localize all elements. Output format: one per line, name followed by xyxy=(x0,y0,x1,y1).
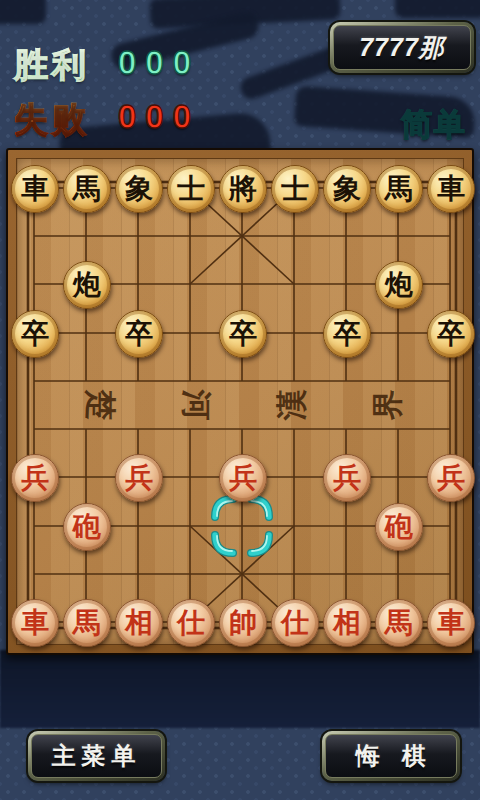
player-name-label: 7777那 xyxy=(359,31,445,64)
background-silhouette-band xyxy=(0,650,480,728)
player-name-button-face: 7777那 xyxy=(333,25,471,70)
piece-red-elephant[interactable]: 相 xyxy=(115,599,163,647)
piece-red-chariot[interactable]: 車 xyxy=(427,599,475,647)
river-char: 界 xyxy=(371,388,405,422)
piece-red-horse[interactable]: 馬 xyxy=(375,599,423,647)
piece-black-soldier[interactable]: 卒 xyxy=(427,310,475,358)
river-char: 漢 xyxy=(275,388,309,422)
background-silhouette xyxy=(395,0,480,18)
piece-red-chariot[interactable]: 車 xyxy=(11,599,59,647)
piece-red-soldier[interactable]: 兵 xyxy=(11,454,59,502)
selection-marker xyxy=(209,493,275,559)
piece-red-soldier[interactable]: 兵 xyxy=(115,454,163,502)
wins-count: 000 xyxy=(118,44,200,82)
piece-black-advisor[interactable]: 士 xyxy=(167,165,215,213)
river-char: 楚 xyxy=(83,388,117,422)
piece-black-advisor[interactable]: 士 xyxy=(271,165,319,213)
xiangqi-board[interactable]: 楚 河 漢 界 車馬象士將士象馬車炮炮卒卒卒卒卒兵 xyxy=(6,148,474,655)
piece-red-cannon[interactable]: 砲 xyxy=(63,503,111,551)
undo-move-label: 悔棋 xyxy=(334,740,448,772)
piece-black-elephant[interactable]: 象 xyxy=(323,165,371,213)
piece-black-elephant[interactable]: 象 xyxy=(115,165,163,213)
background-silhouette xyxy=(0,0,46,24)
main-menu-button-face: 主菜单 xyxy=(31,734,162,778)
piece-black-soldier[interactable]: 卒 xyxy=(323,310,371,358)
piece-black-soldier[interactable]: 卒 xyxy=(115,310,163,358)
piece-red-advisor[interactable]: 仕 xyxy=(167,599,215,647)
piece-red-cannon[interactable]: 砲 xyxy=(375,503,423,551)
piece-red-elephant[interactable]: 相 xyxy=(323,599,371,647)
board-grid xyxy=(8,150,476,657)
piece-red-general[interactable]: 帥 xyxy=(219,599,267,647)
game-screen: { "game": "xiangqi", "position": "rnbaka… xyxy=(0,0,480,800)
selection-marker-brackets xyxy=(209,493,275,559)
piece-red-soldier[interactable]: 兵 xyxy=(219,454,267,502)
piece-black-chariot[interactable]: 車 xyxy=(427,165,475,213)
piece-black-general[interactable]: 將 xyxy=(219,165,267,213)
piece-black-soldier[interactable]: 卒 xyxy=(11,310,59,358)
losses-label: 失败 xyxy=(14,97,90,143)
piece-black-chariot[interactable]: 車 xyxy=(11,165,59,213)
piece-red-advisor[interactable]: 仕 xyxy=(271,599,319,647)
main-menu-button[interactable]: 主菜单 xyxy=(28,731,165,781)
piece-red-soldier[interactable]: 兵 xyxy=(323,454,371,502)
wins-label: 胜利 xyxy=(14,43,90,89)
player-name-button[interactable]: 7777那 xyxy=(330,22,474,73)
main-menu-label: 主菜单 xyxy=(52,740,142,772)
piece-black-horse[interactable]: 馬 xyxy=(375,165,423,213)
river-char: 河 xyxy=(179,388,213,422)
difficulty-badge: 简单 xyxy=(401,104,467,146)
losses-count: 000 xyxy=(118,98,200,136)
piece-red-soldier[interactable]: 兵 xyxy=(427,454,475,502)
piece-red-horse[interactable]: 馬 xyxy=(63,599,111,647)
piece-black-horse[interactable]: 馬 xyxy=(63,165,111,213)
undo-move-button-face: 悔棋 xyxy=(325,734,457,778)
piece-black-soldier[interactable]: 卒 xyxy=(219,310,267,358)
undo-move-button[interactable]: 悔棋 xyxy=(322,731,460,781)
